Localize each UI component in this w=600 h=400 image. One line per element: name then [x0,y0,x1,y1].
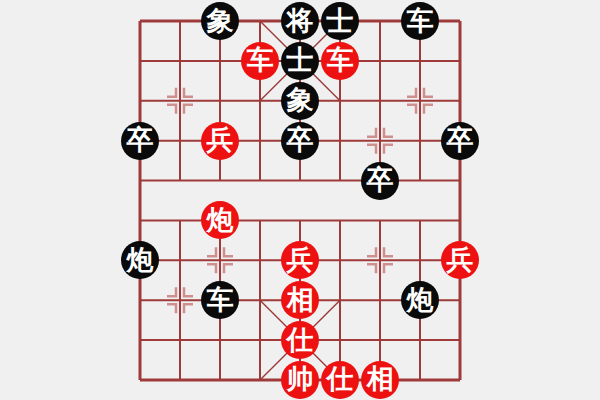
xiangqi-app: 象将士车车士车象卒兵卒卒卒炮炮兵兵车相炮仕帅仕相 [0,0,600,400]
board-point-0-3: 卒 [120,121,160,161]
board-point-2-3: 兵 [200,121,240,161]
board-point-4-8: 仕 [280,320,320,360]
board-point-2-5: 炮 [200,200,240,240]
piece-black-将[interactable]: 将 [281,2,319,40]
piece-black-卒[interactable]: 卒 [281,122,319,160]
board-point-4-7: 相 [280,280,320,320]
piece-red-相[interactable]: 相 [361,361,399,399]
piece-red-兵[interactable]: 兵 [441,241,479,279]
board-point-8-3: 卒 [440,121,480,161]
board-point-8-6: 兵 [440,240,480,280]
piece-red-相[interactable]: 相 [281,281,319,319]
piece-black-卒[interactable]: 卒 [361,162,399,200]
board-point-7-7: 炮 [400,280,440,320]
board-point-5-1: 车 [320,41,360,81]
board-point-6-9: 相 [360,360,400,400]
board-point-4-0: 将 [280,1,320,41]
piece-red-车[interactable]: 车 [321,42,359,80]
board-point-0-6: 炮 [120,240,160,280]
piece-black-象[interactable]: 象 [281,82,319,120]
board-point-4-9: 帅 [280,360,320,400]
board-point-3-1: 车 [240,41,280,81]
piece-red-仕[interactable]: 仕 [281,321,319,359]
piece-red-炮[interactable]: 炮 [201,201,239,239]
piece-black-炮[interactable]: 炮 [401,281,439,319]
piece-black-卒[interactable]: 卒 [441,122,479,160]
board-point-5-9: 仕 [320,360,360,400]
piece-red-兵[interactable]: 兵 [201,122,239,160]
piece-black-炮[interactable]: 炮 [121,241,159,279]
board-point-4-2: 象 [280,81,320,121]
piece-red-帅[interactable]: 帅 [281,361,319,399]
board-point-4-3: 卒 [280,121,320,161]
piece-red-仕[interactable]: 仕 [321,361,359,399]
board-point-4-1: 士 [280,41,320,81]
board-point-6-4: 卒 [360,161,400,201]
piece-black-车[interactable]: 车 [201,281,239,319]
piece-red-兵[interactable]: 兵 [281,241,319,279]
piece-black-士[interactable]: 士 [281,42,319,80]
piece-black-卒[interactable]: 卒 [121,122,159,160]
xiangqi-board[interactable]: 象将士车车士车象卒兵卒卒卒炮炮兵兵车相炮仕帅仕相 [120,1,480,400]
piece-black-象[interactable]: 象 [201,2,239,40]
board-point-7-0: 车 [400,1,440,41]
board-point-2-7: 车 [200,280,240,320]
piece-black-士[interactable]: 士 [321,2,359,40]
board-point-4-6: 兵 [280,240,320,280]
piece-red-车[interactable]: 车 [241,42,279,80]
board-point-5-0: 士 [320,1,360,41]
board-point-2-0: 象 [200,1,240,41]
piece-black-车[interactable]: 车 [401,2,439,40]
